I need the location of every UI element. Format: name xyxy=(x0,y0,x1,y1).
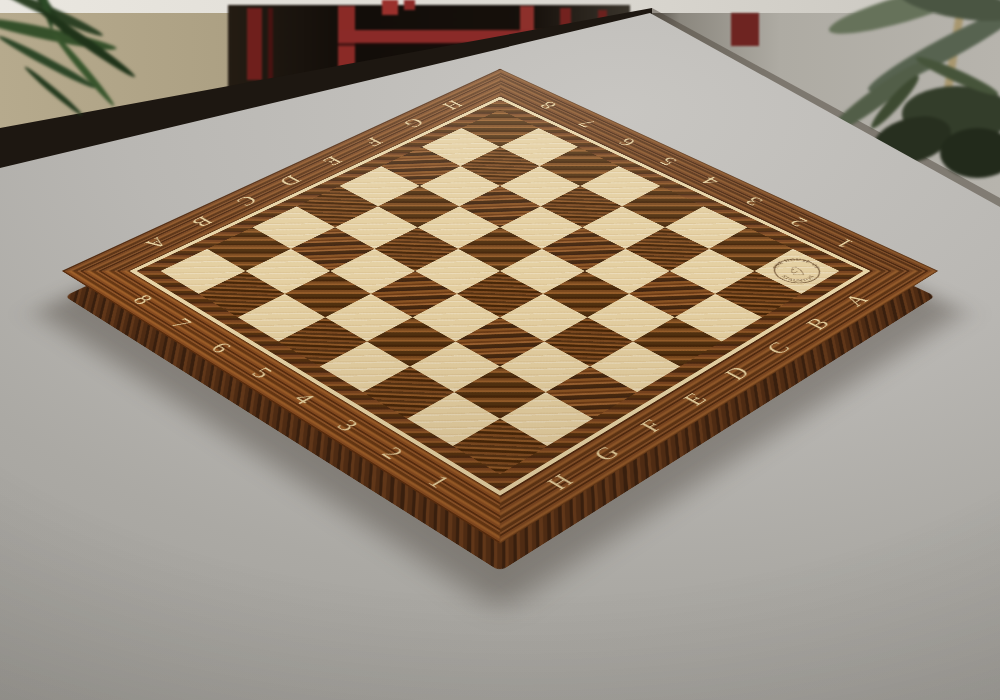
frame-label-file-e: E xyxy=(317,153,347,168)
red-block xyxy=(404,0,415,10)
frame-label-rank-6: 6 xyxy=(204,339,238,357)
frame-label-file-h: H xyxy=(541,470,581,494)
frame-label-rank-8: 8 xyxy=(534,98,562,111)
frame-label-file-e: E xyxy=(678,389,715,410)
scene: THE HOUSE OF STAUNTON ♘ 8765432187654321… xyxy=(0,0,1000,700)
frame-label-file-f: F xyxy=(634,416,670,437)
frame-label-file-d: D xyxy=(719,363,757,384)
frame-label-rank-4: 4 xyxy=(696,173,725,188)
frame-label-rank-8: 8 xyxy=(126,291,159,308)
frame-label-rank-4: 4 xyxy=(287,390,321,409)
red-block xyxy=(731,13,759,46)
frame-label-rank-3: 3 xyxy=(330,416,365,436)
frame-label-file-a: A xyxy=(839,290,876,309)
frame-label-rank-7: 7 xyxy=(165,315,198,333)
frame-label-file-f: F xyxy=(358,135,387,149)
frame-label-file-g: G xyxy=(397,115,429,130)
frame-label-rank-7: 7 xyxy=(573,116,601,130)
frame-label-rank-5: 5 xyxy=(245,364,279,383)
frame-label-rank-2: 2 xyxy=(375,443,410,464)
frame-label-file-c: C xyxy=(230,193,262,210)
frame-label-rank-2: 2 xyxy=(784,214,813,229)
frame-label-rank-6: 6 xyxy=(613,135,641,149)
red-block xyxy=(382,0,398,15)
frame-label-file-c: C xyxy=(761,338,798,358)
frame-label-file-g: G xyxy=(588,442,628,465)
frame-label-file-b: B xyxy=(185,213,217,230)
frame-label-rank-3: 3 xyxy=(740,193,769,208)
frame-label-rank-1: 1 xyxy=(421,471,457,492)
frame-label-file-h: H xyxy=(436,97,467,112)
frame-label-file-b: B xyxy=(801,314,837,333)
frame-label-rank-5: 5 xyxy=(654,154,682,168)
frame-label-file-d: D xyxy=(273,172,306,189)
frame-label-rank-1: 1 xyxy=(830,235,859,251)
frame-label-file-a: A xyxy=(139,234,173,252)
red-post xyxy=(247,8,262,80)
red-post xyxy=(268,8,273,80)
